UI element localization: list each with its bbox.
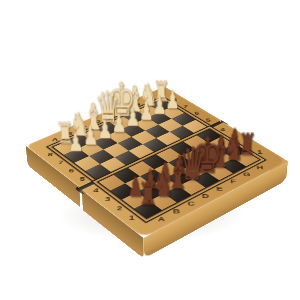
- piece-white-pawn-a7[interactable]: ♟: [61, 130, 91, 155]
- piece-dark-rook-a1[interactable]: ♜: [132, 178, 163, 209]
- product-photo-scene: 88776655ABCDEFGH 44332211ABCDEFGH ♜♞♝♛♚♝…: [0, 0, 300, 300]
